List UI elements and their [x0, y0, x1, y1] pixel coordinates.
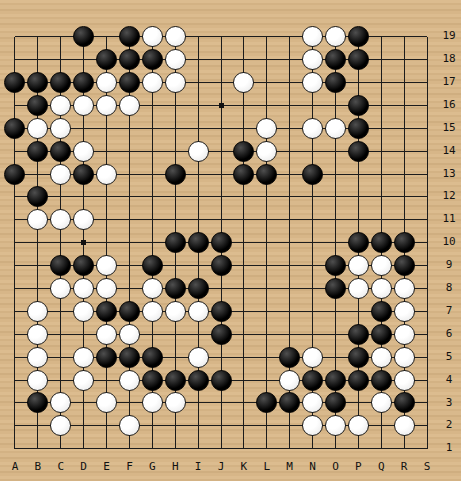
intersection-C19[interactable]: [49, 25, 72, 48]
intersection-H3[interactable]: [164, 392, 187, 415]
intersection-M5[interactable]: [278, 346, 301, 369]
white-stone-Q3[interactable]: [371, 392, 392, 413]
intersection-D19[interactable]: [72, 25, 95, 48]
white-stone-L15[interactable]: [256, 118, 277, 139]
black-stone-P18[interactable]: [348, 49, 369, 70]
intersection-J2[interactable]: [210, 414, 233, 437]
intersection-F9[interactable]: [118, 254, 141, 277]
intersection-P14[interactable]: [347, 140, 370, 163]
intersection-O9[interactable]: [324, 254, 347, 277]
white-stone-P2[interactable]: [348, 415, 369, 436]
intersection-L18[interactable]: [255, 48, 278, 71]
intersection-K6[interactable]: [232, 323, 255, 346]
intersection-J9[interactable]: [210, 254, 233, 277]
intersection-D15[interactable]: [72, 117, 95, 140]
white-stone-F6[interactable]: [119, 324, 140, 345]
intersection-M18[interactable]: [278, 48, 301, 71]
white-stone-E3[interactable]: [96, 392, 117, 413]
intersection-S17[interactable]: [416, 71, 439, 94]
intersection-K11[interactable]: [232, 208, 255, 231]
intersection-Q1[interactable]: [370, 437, 393, 460]
intersection-I13[interactable]: [187, 163, 210, 186]
intersection-K17[interactable]: [232, 71, 255, 94]
white-stone-H17[interactable]: [165, 72, 186, 93]
black-stone-L13[interactable]: [256, 164, 277, 185]
intersection-K5[interactable]: [232, 346, 255, 369]
intersection-K2[interactable]: [232, 414, 255, 437]
intersection-M10[interactable]: [278, 231, 301, 254]
intersection-D1[interactable]: [72, 437, 95, 460]
white-stone-E17[interactable]: [96, 72, 117, 93]
intersection-G11[interactable]: [141, 208, 164, 231]
intersection-D12[interactable]: [72, 185, 95, 208]
intersection-N18[interactable]: [301, 48, 324, 71]
intersection-K12[interactable]: [232, 185, 255, 208]
intersection-S6[interactable]: [416, 323, 439, 346]
white-stone-R6[interactable]: [394, 324, 415, 345]
white-stone-F16[interactable]: [119, 95, 140, 116]
black-stone-D19[interactable]: [73, 26, 94, 47]
intersection-P10[interactable]: [347, 231, 370, 254]
white-stone-C16[interactable]: [50, 95, 71, 116]
intersection-B17[interactable]: [26, 71, 49, 94]
intersection-C3[interactable]: [49, 392, 72, 415]
black-stone-E18[interactable]: [96, 49, 117, 70]
intersection-G10[interactable]: [141, 231, 164, 254]
intersection-S4[interactable]: [416, 369, 439, 392]
intersection-B13[interactable]: [26, 163, 49, 186]
intersection-J6[interactable]: [210, 323, 233, 346]
intersection-N9[interactable]: [301, 254, 324, 277]
intersection-F14[interactable]: [118, 140, 141, 163]
intersection-D4[interactable]: [72, 369, 95, 392]
intersection-F3[interactable]: [118, 392, 141, 415]
intersection-J14[interactable]: [210, 140, 233, 163]
intersection-I9[interactable]: [187, 254, 210, 277]
intersection-N7[interactable]: [301, 300, 324, 323]
intersection-N19[interactable]: [301, 25, 324, 48]
white-stone-B4[interactable]: [27, 370, 48, 391]
white-stone-C11[interactable]: [50, 209, 71, 230]
intersection-I16[interactable]: [187, 94, 210, 117]
black-stone-J9[interactable]: [211, 255, 232, 276]
intersection-S3[interactable]: [416, 392, 439, 415]
intersection-C10[interactable]: [49, 231, 72, 254]
white-stone-B7[interactable]: [27, 301, 48, 322]
black-stone-G9[interactable]: [142, 255, 163, 276]
intersection-E9[interactable]: [95, 254, 118, 277]
black-stone-P5[interactable]: [348, 347, 369, 368]
white-stone-D7[interactable]: [73, 301, 94, 322]
intersection-E18[interactable]: [95, 48, 118, 71]
intersection-F19[interactable]: [118, 25, 141, 48]
intersection-P4[interactable]: [347, 369, 370, 392]
intersection-M7[interactable]: [278, 300, 301, 323]
black-stone-R9[interactable]: [394, 255, 415, 276]
intersection-E14[interactable]: [95, 140, 118, 163]
intersection-O12[interactable]: [324, 185, 347, 208]
intersection-J16[interactable]: [210, 94, 233, 117]
intersection-H4[interactable]: [164, 369, 187, 392]
intersection-L1[interactable]: [255, 437, 278, 460]
black-stone-D17[interactable]: [73, 72, 94, 93]
intersection-F16[interactable]: [118, 94, 141, 117]
black-stone-H13[interactable]: [165, 164, 186, 185]
black-stone-H10[interactable]: [165, 232, 186, 253]
intersection-E5[interactable]: [95, 346, 118, 369]
intersection-H10[interactable]: [164, 231, 187, 254]
black-stone-O18[interactable]: [325, 49, 346, 70]
intersection-Q6[interactable]: [370, 323, 393, 346]
intersection-I6[interactable]: [187, 323, 210, 346]
white-stone-G17[interactable]: [142, 72, 163, 93]
intersection-G2[interactable]: [141, 414, 164, 437]
intersection-E7[interactable]: [95, 300, 118, 323]
intersection-N5[interactable]: [301, 346, 324, 369]
white-stone-O19[interactable]: [325, 26, 346, 47]
intersection-K14[interactable]: [232, 140, 255, 163]
intersection-S19[interactable]: [416, 25, 439, 48]
black-stone-P10[interactable]: [348, 232, 369, 253]
intersection-Q3[interactable]: [370, 392, 393, 415]
intersection-L4[interactable]: [255, 369, 278, 392]
white-stone-N5[interactable]: [302, 347, 323, 368]
white-stone-R7[interactable]: [394, 301, 415, 322]
white-stone-O15[interactable]: [325, 118, 346, 139]
intersection-R12[interactable]: [393, 185, 416, 208]
intersection-P3[interactable]: [347, 392, 370, 415]
intersection-E12[interactable]: [95, 185, 118, 208]
white-stone-N3[interactable]: [302, 392, 323, 413]
intersection-F2[interactable]: [118, 414, 141, 437]
intersection-H19[interactable]: [164, 25, 187, 48]
intersection-Q8[interactable]: [370, 277, 393, 300]
black-stone-H8[interactable]: [165, 278, 186, 299]
intersection-P9[interactable]: [347, 254, 370, 277]
intersection-L10[interactable]: [255, 231, 278, 254]
intersection-C8[interactable]: [49, 277, 72, 300]
intersection-O17[interactable]: [324, 71, 347, 94]
intersection-C6[interactable]: [49, 323, 72, 346]
intersection-B8[interactable]: [26, 277, 49, 300]
intersection-O15[interactable]: [324, 117, 347, 140]
intersection-C4[interactable]: [49, 369, 72, 392]
black-stone-H4[interactable]: [165, 370, 186, 391]
intersection-F18[interactable]: [118, 48, 141, 71]
white-stone-Q9[interactable]: [371, 255, 392, 276]
intersection-F11[interactable]: [118, 208, 141, 231]
intersection-I19[interactable]: [187, 25, 210, 48]
intersection-M17[interactable]: [278, 71, 301, 94]
intersection-B16[interactable]: [26, 94, 49, 117]
intersection-Q16[interactable]: [370, 94, 393, 117]
white-stone-D4[interactable]: [73, 370, 94, 391]
intersection-A7[interactable]: [4, 300, 27, 323]
intersection-L5[interactable]: [255, 346, 278, 369]
intersection-B1[interactable]: [26, 437, 49, 460]
intersection-O7[interactable]: [324, 300, 347, 323]
intersection-I12[interactable]: [187, 185, 210, 208]
intersection-S16[interactable]: [416, 94, 439, 117]
black-stone-Q7[interactable]: [371, 301, 392, 322]
white-stone-C8[interactable]: [50, 278, 71, 299]
white-stone-R5[interactable]: [394, 347, 415, 368]
white-stone-B6[interactable]: [27, 324, 48, 345]
intersection-O18[interactable]: [324, 48, 347, 71]
intersection-E3[interactable]: [95, 392, 118, 415]
intersection-Q19[interactable]: [370, 25, 393, 48]
intersection-I2[interactable]: [187, 414, 210, 437]
intersection-E17[interactable]: [95, 71, 118, 94]
black-stone-J6[interactable]: [211, 324, 232, 345]
black-stone-Q6[interactable]: [371, 324, 392, 345]
intersection-C15[interactable]: [49, 117, 72, 140]
intersection-J15[interactable]: [210, 117, 233, 140]
intersection-H1[interactable]: [164, 437, 187, 460]
intersection-G1[interactable]: [141, 437, 164, 460]
white-stone-I7[interactable]: [188, 301, 209, 322]
intersection-R16[interactable]: [393, 94, 416, 117]
intersection-B4[interactable]: [26, 369, 49, 392]
intersection-H8[interactable]: [164, 277, 187, 300]
black-stone-O8[interactable]: [325, 278, 346, 299]
intersection-A4[interactable]: [4, 369, 27, 392]
intersection-I1[interactable]: [187, 437, 210, 460]
intersection-H13[interactable]: [164, 163, 187, 186]
intersection-Q11[interactable]: [370, 208, 393, 231]
black-stone-B3[interactable]: [27, 392, 48, 413]
intersection-B11[interactable]: [26, 208, 49, 231]
black-stone-D13[interactable]: [73, 164, 94, 185]
intersection-K4[interactable]: [232, 369, 255, 392]
white-stone-G3[interactable]: [142, 392, 163, 413]
intersection-K18[interactable]: [232, 48, 255, 71]
white-stone-R2[interactable]: [394, 415, 415, 436]
intersection-H15[interactable]: [164, 117, 187, 140]
intersection-P2[interactable]: [347, 414, 370, 437]
intersection-K7[interactable]: [232, 300, 255, 323]
intersection-M3[interactable]: [278, 392, 301, 415]
intersection-N12[interactable]: [301, 185, 324, 208]
intersection-O6[interactable]: [324, 323, 347, 346]
intersection-A17[interactable]: [4, 71, 27, 94]
white-stone-B15[interactable]: [27, 118, 48, 139]
intersection-H14[interactable]: [164, 140, 187, 163]
intersection-N1[interactable]: [301, 437, 324, 460]
intersection-F7[interactable]: [118, 300, 141, 323]
intersection-F6[interactable]: [118, 323, 141, 346]
intersection-C1[interactable]: [49, 437, 72, 460]
intersection-S18[interactable]: [416, 48, 439, 71]
intersection-D6[interactable]: [72, 323, 95, 346]
white-stone-G7[interactable]: [142, 301, 163, 322]
intersection-G4[interactable]: [141, 369, 164, 392]
intersection-M8[interactable]: [278, 277, 301, 300]
intersection-F12[interactable]: [118, 185, 141, 208]
intersection-O8[interactable]: [324, 277, 347, 300]
intersection-Q12[interactable]: [370, 185, 393, 208]
intersection-A8[interactable]: [4, 277, 27, 300]
intersection-N4[interactable]: [301, 369, 324, 392]
intersection-E8[interactable]: [95, 277, 118, 300]
intersection-P12[interactable]: [347, 185, 370, 208]
white-stone-H7[interactable]: [165, 301, 186, 322]
intersection-M15[interactable]: [278, 117, 301, 140]
black-stone-P4[interactable]: [348, 370, 369, 391]
black-stone-C17[interactable]: [50, 72, 71, 93]
black-stone-F19[interactable]: [119, 26, 140, 47]
intersection-M6[interactable]: [278, 323, 301, 346]
black-stone-F5[interactable]: [119, 347, 140, 368]
black-stone-F17[interactable]: [119, 72, 140, 93]
intersection-I17[interactable]: [187, 71, 210, 94]
intersection-I5[interactable]: [187, 346, 210, 369]
intersection-J7[interactable]: [210, 300, 233, 323]
intersection-H11[interactable]: [164, 208, 187, 231]
white-stone-E16[interactable]: [96, 95, 117, 116]
intersection-C5[interactable]: [49, 346, 72, 369]
intersection-P1[interactable]: [347, 437, 370, 460]
intersection-K8[interactable]: [232, 277, 255, 300]
white-stone-G19[interactable]: [142, 26, 163, 47]
intersection-B19[interactable]: [26, 25, 49, 48]
intersection-Q2[interactable]: [370, 414, 393, 437]
intersection-B14[interactable]: [26, 140, 49, 163]
intersection-A14[interactable]: [4, 140, 27, 163]
intersection-H17[interactable]: [164, 71, 187, 94]
intersection-R2[interactable]: [393, 414, 416, 437]
black-stone-E7[interactable]: [96, 301, 117, 322]
intersection-L9[interactable]: [255, 254, 278, 277]
intersection-S10[interactable]: [416, 231, 439, 254]
black-stone-R10[interactable]: [394, 232, 415, 253]
intersection-I4[interactable]: [187, 369, 210, 392]
intersection-B9[interactable]: [26, 254, 49, 277]
intersection-K19[interactable]: [232, 25, 255, 48]
black-stone-P14[interactable]: [348, 141, 369, 162]
intersection-O4[interactable]: [324, 369, 347, 392]
intersection-M4[interactable]: [278, 369, 301, 392]
intersection-I7[interactable]: [187, 300, 210, 323]
intersection-S7[interactable]: [416, 300, 439, 323]
black-stone-P6[interactable]: [348, 324, 369, 345]
intersection-D14[interactable]: [72, 140, 95, 163]
intersection-N10[interactable]: [301, 231, 324, 254]
intersection-E1[interactable]: [95, 437, 118, 460]
intersection-L19[interactable]: [255, 25, 278, 48]
intersection-E6[interactable]: [95, 323, 118, 346]
intersection-K10[interactable]: [232, 231, 255, 254]
white-stone-E6[interactable]: [96, 324, 117, 345]
intersection-R7[interactable]: [393, 300, 416, 323]
intersection-F15[interactable]: [118, 117, 141, 140]
intersection-J5[interactable]: [210, 346, 233, 369]
intersection-L15[interactable]: [255, 117, 278, 140]
black-stone-I8[interactable]: [188, 278, 209, 299]
intersection-C13[interactable]: [49, 163, 72, 186]
intersection-H2[interactable]: [164, 414, 187, 437]
white-stone-E8[interactable]: [96, 278, 117, 299]
intersection-F17[interactable]: [118, 71, 141, 94]
black-stone-B12[interactable]: [27, 186, 48, 207]
intersection-A2[interactable]: [4, 414, 27, 437]
intersection-G3[interactable]: [141, 392, 164, 415]
intersection-K1[interactable]: [232, 437, 255, 460]
intersection-A1[interactable]: [4, 437, 27, 460]
intersection-P5[interactable]: [347, 346, 370, 369]
intersection-R18[interactable]: [393, 48, 416, 71]
intersection-E19[interactable]: [95, 25, 118, 48]
black-stone-K14[interactable]: [233, 141, 254, 162]
intersection-R10[interactable]: [393, 231, 416, 254]
intersection-R6[interactable]: [393, 323, 416, 346]
white-stone-E9[interactable]: [96, 255, 117, 276]
black-stone-I10[interactable]: [188, 232, 209, 253]
intersection-M9[interactable]: [278, 254, 301, 277]
intersection-G6[interactable]: [141, 323, 164, 346]
white-stone-I5[interactable]: [188, 347, 209, 368]
intersection-I14[interactable]: [187, 140, 210, 163]
intersection-K3[interactable]: [232, 392, 255, 415]
white-stone-D14[interactable]: [73, 141, 94, 162]
intersection-E4[interactable]: [95, 369, 118, 392]
intersection-G16[interactable]: [141, 94, 164, 117]
white-stone-Q5[interactable]: [371, 347, 392, 368]
intersection-G8[interactable]: [141, 277, 164, 300]
intersection-M2[interactable]: [278, 414, 301, 437]
black-stone-A13[interactable]: [4, 164, 25, 185]
black-stone-P19[interactable]: [348, 26, 369, 47]
intersection-L11[interactable]: [255, 208, 278, 231]
intersection-I11[interactable]: [187, 208, 210, 231]
intersection-P18[interactable]: [347, 48, 370, 71]
white-stone-F2[interactable]: [119, 415, 140, 436]
black-stone-N13[interactable]: [302, 164, 323, 185]
intersection-A16[interactable]: [4, 94, 27, 117]
white-stone-L14[interactable]: [256, 141, 277, 162]
intersection-S8[interactable]: [416, 277, 439, 300]
black-stone-Q10[interactable]: [371, 232, 392, 253]
black-stone-O3[interactable]: [325, 392, 346, 413]
intersection-H16[interactable]: [164, 94, 187, 117]
intersection-J13[interactable]: [210, 163, 233, 186]
intersection-A5[interactable]: [4, 346, 27, 369]
intersection-I3[interactable]: [187, 392, 210, 415]
white-stone-N15[interactable]: [302, 118, 323, 139]
intersection-H5[interactable]: [164, 346, 187, 369]
intersection-L12[interactable]: [255, 185, 278, 208]
intersection-S12[interactable]: [416, 185, 439, 208]
white-stone-B11[interactable]: [27, 209, 48, 230]
intersection-D7[interactable]: [72, 300, 95, 323]
intersection-R14[interactable]: [393, 140, 416, 163]
intersection-D3[interactable]: [72, 392, 95, 415]
intersection-G5[interactable]: [141, 346, 164, 369]
white-stone-C3[interactable]: [50, 392, 71, 413]
intersection-C17[interactable]: [49, 71, 72, 94]
black-stone-I4[interactable]: [188, 370, 209, 391]
white-stone-D8[interactable]: [73, 278, 94, 299]
intersection-F8[interactable]: [118, 277, 141, 300]
black-stone-N4[interactable]: [302, 370, 323, 391]
intersection-L7[interactable]: [255, 300, 278, 323]
intersection-O19[interactable]: [324, 25, 347, 48]
black-stone-E5[interactable]: [96, 347, 117, 368]
intersection-L16[interactable]: [255, 94, 278, 117]
intersection-R5[interactable]: [393, 346, 416, 369]
intersection-P17[interactable]: [347, 71, 370, 94]
white-stone-O2[interactable]: [325, 415, 346, 436]
